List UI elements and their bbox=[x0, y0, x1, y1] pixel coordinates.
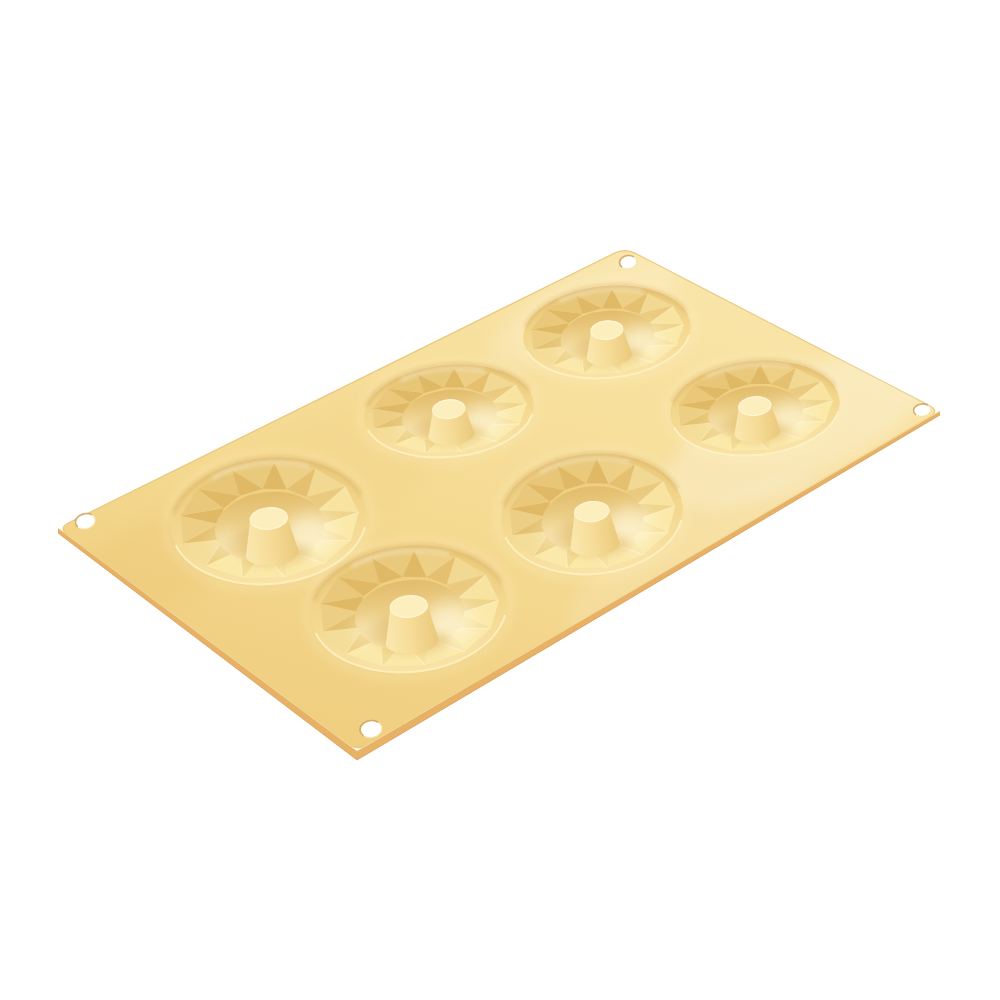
product-photo: Product photo of a pastel-yellow 6-cavit… bbox=[0, 0, 1000, 1000]
photo-canvas bbox=[0, 0, 1000, 1000]
mold-photo-svg bbox=[0, 0, 1000, 1000]
